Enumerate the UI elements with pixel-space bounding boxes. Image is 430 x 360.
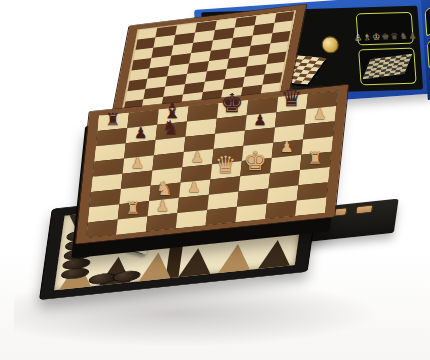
chess-piece-light-pawn[interactable]: ♟ [182,150,212,165]
chess-piece-light-king[interactable]: ♚ [240,148,270,174]
chess-piece-light-queen[interactable]: ♛ [210,153,240,177]
chess-piece-light-pawn[interactable]: ♟ [272,140,302,155]
chess-square[interactable] [265,201,296,219]
chess-square[interactable] [235,204,266,222]
chess-piece-light-rook[interactable]: ♜ [300,150,330,167]
chess-piece-dark-pawn[interactable]: ♟ [126,126,156,141]
chess-piece-dark-pawn[interactable]: ♟ [245,113,275,128]
chess-piece-dark-knight[interactable]: ♞ [156,118,186,137]
chess-square[interactable] [295,197,326,215]
chess-square[interactable] [116,216,147,234]
chess-board-grid: ♜♝♚♛♟♞♟♟♟♟♟♛♚♜♞♟♜♟ [86,91,338,238]
box-piece-icon: ♟ [408,32,417,41]
chess-piece-dark-rook[interactable]: ♜ [98,111,128,128]
box-piece-icon: ♞ [399,32,408,41]
chess-square[interactable] [206,207,237,225]
chess-square[interactable] [176,210,207,228]
chess-piece-light-pawn[interactable]: ♟ [179,180,209,195]
chess-piece-light-pawn[interactable]: ♟ [123,156,153,171]
box-piece-icon: ♛ [390,32,399,41]
chess-piece-light-rook[interactable]: ♜ [118,200,148,217]
chess-square[interactable] [146,213,177,231]
box-piece-icon: ♚ [381,32,390,41]
open-chess-board: ♜♝♚♛♟♞♟♟♟♟♟♛♚♜♞♟♜♟ [30,80,407,297]
chess-square[interactable] [86,219,117,237]
product-photo: BACKGAMMON SCHACH DAME ♙♗♔♚♛♞♟ [0,0,430,360]
chess-piece-light-knight[interactable]: ♞ [149,179,179,198]
end-cap-art [425,3,430,37]
chess-piece-light-pawn[interactable]: ♟ [148,199,178,214]
box-piece-icon: ♔ [372,33,381,42]
chess-piece-dark-queen[interactable]: ♛ [277,86,307,110]
chess-piece-dark-king[interactable]: ♚ [217,90,247,116]
chess-piece-light-pawn[interactable]: ♟ [305,107,335,122]
